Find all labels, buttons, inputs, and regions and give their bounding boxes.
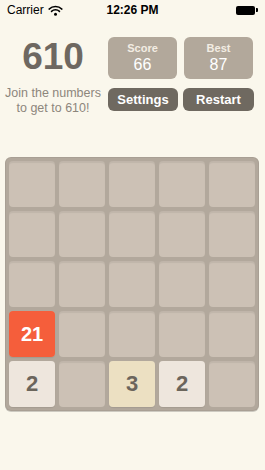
cell-r1c5 [209,161,255,207]
cell-r1c3 [109,161,155,207]
score-value: 66 [134,56,152,74]
cell-r5c5 [209,361,255,407]
score-box: Score 66 [108,37,177,79]
cell-r2c3 [109,211,155,257]
subtitle: Join the numbers to get to 610! [0,86,106,116]
cell-r3c1 [9,261,55,307]
cell-r5c2 [59,361,105,407]
game-board[interactable]: 21232 [5,157,259,411]
score-label: Score [127,42,158,54]
tile-2: 2 [9,361,55,407]
page-title: 610 [0,34,106,80]
cell-r2c1 [9,211,55,257]
carrier-label: Carrier [7,3,44,17]
restart-button[interactable]: Restart [183,88,254,111]
cell-r4c2 [59,311,105,357]
tile-3: 3 [109,361,155,407]
cell-r4c5 [209,311,255,357]
wifi-icon [48,5,63,16]
cell-r3c5 [209,261,255,307]
cell-r5c1: 2 [9,361,55,407]
status-bar: Carrier 12:26 PM [0,0,265,20]
cell-r4c4 [159,311,205,357]
cell-r3c2 [59,261,105,307]
cell-r5c4: 2 [159,361,205,407]
cell-r4c3 [109,311,155,357]
cell-r2c4 [159,211,205,257]
settings-button[interactable]: Settings [108,88,178,111]
subtitle-line-2: to get to 610! [0,101,106,116]
cell-r2c5 [209,211,255,257]
subtitle-line-1: Join the numbers [0,86,106,101]
app-screen: Carrier 12:26 PM 610 Score 66 Best 87 Jo… [0,0,265,470]
best-box: Best 87 [184,37,253,79]
cell-r1c4 [159,161,205,207]
tile-2: 2 [159,361,205,407]
cell-r1c1 [9,161,55,207]
cell-r3c3 [109,261,155,307]
cell-r4c1: 21 [9,311,55,357]
battery-icon [236,6,258,15]
cell-r3c4 [159,261,205,307]
cell-r1c2 [59,161,105,207]
cell-r5c3: 3 [109,361,155,407]
cell-r2c2 [59,211,105,257]
best-label: Best [207,42,231,54]
tile-21: 21 [9,311,55,357]
best-value: 87 [210,56,228,74]
